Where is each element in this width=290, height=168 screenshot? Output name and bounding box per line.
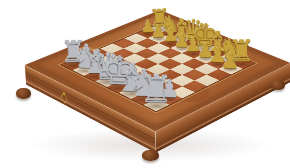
chess-case — [25, 10, 290, 132]
case-foot — [271, 80, 285, 90]
square-f4 — [158, 69, 183, 80]
square-h4 — [182, 80, 207, 92]
square-g2 — [144, 87, 169, 99]
square-e1 — [107, 81, 132, 93]
square-c1 — [84, 70, 109, 81]
square-g6 — [194, 64, 218, 75]
square-f2 — [132, 81, 157, 93]
square-d1 — [95, 75, 120, 87]
square-f3 — [145, 75, 170, 87]
case-top-burl-frame — [25, 10, 290, 132]
square-e4 — [146, 64, 170, 75]
square-h7 — [218, 63, 242, 74]
square-c2 — [97, 64, 121, 75]
square-g3 — [157, 81, 182, 93]
square-f1 — [119, 87, 144, 99]
square-h1 — [143, 99, 169, 112]
square-g5 — [182, 69, 207, 80]
square-h3 — [170, 86, 195, 98]
square-b1 — [73, 65, 97, 76]
square-h6 — [207, 69, 231, 80]
square-g4 — [170, 75, 195, 87]
case-foot — [142, 150, 159, 161]
square-g1 — [131, 93, 157, 105]
square-e2 — [120, 75, 145, 87]
chess-set-photo: ♜♞♝♛♚♝♞♜♟♟♟♟♟♟♟♟♟♟♟♟♟♟♟♟♜♞♝♛♚♝♞♜ — [0, 0, 290, 168]
square-d3 — [121, 64, 145, 75]
square-h5 — [195, 75, 220, 87]
square-h2 — [157, 92, 183, 104]
case-foot — [16, 88, 31, 99]
square-f5 — [170, 64, 194, 75]
square-d2 — [108, 70, 133, 81]
square-e3 — [133, 70, 158, 81]
